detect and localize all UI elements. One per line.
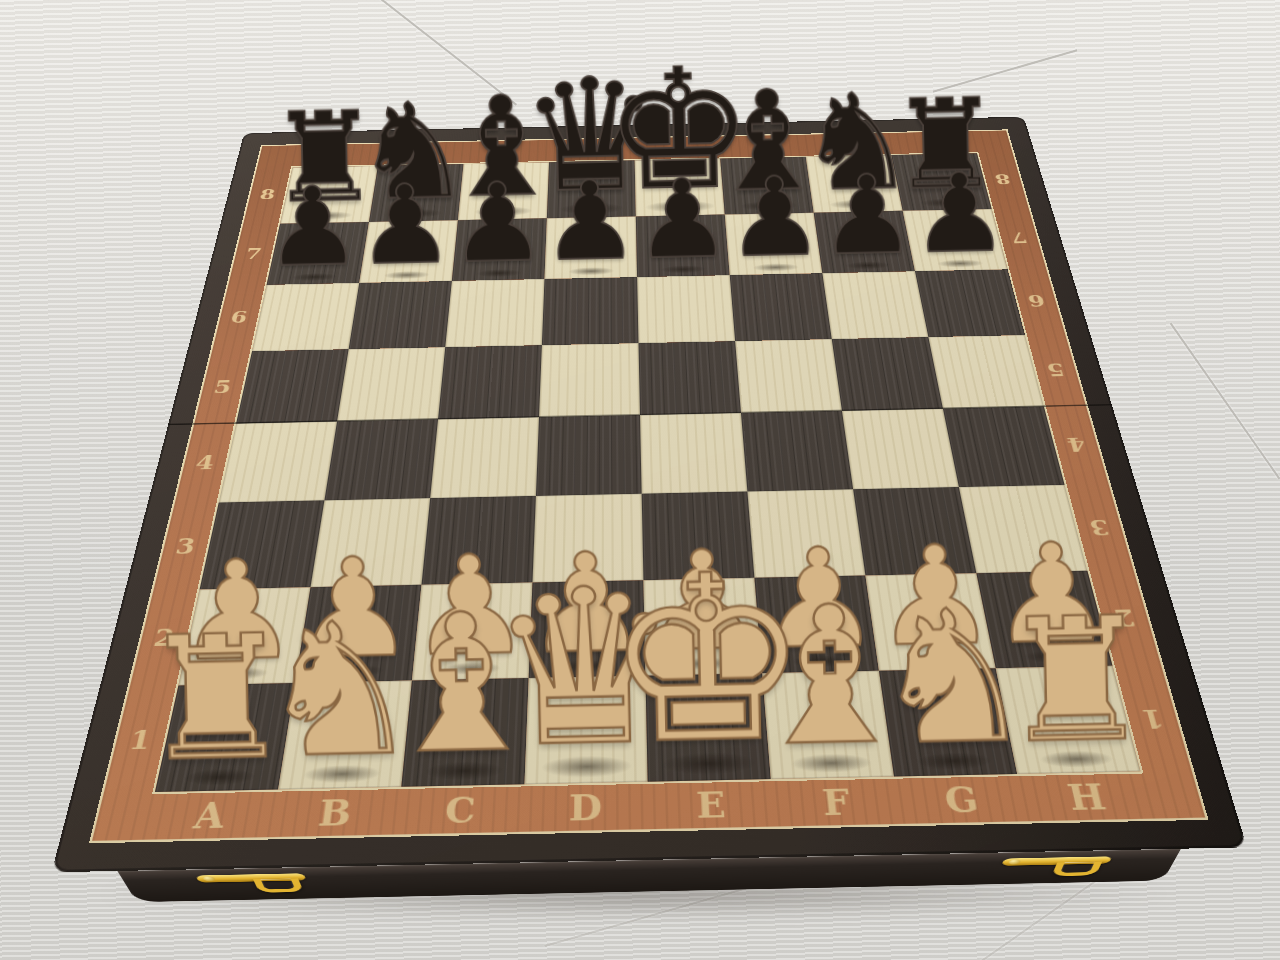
square-d7: ♟	[544, 216, 637, 279]
square-a5	[236, 349, 349, 423]
square-d6	[542, 277, 639, 345]
photo-scene: 87654321 ♜♞♝♛♚♝♞♜♟♟♟♟♟♟♟♟♟♟♟♟♟♟♟♟♜♞♝♛♚♝♞…	[0, 0, 1280, 960]
coord-label-A: A	[143, 797, 275, 835]
square-h1: ♜	[996, 666, 1141, 774]
clasp-hook	[1051, 862, 1102, 877]
clasp-hook	[253, 878, 304, 892]
square-g6	[822, 271, 928, 339]
black-pawn: ♟	[355, 169, 454, 279]
chess-board: 87654321 ♜♞♝♛♚♝♞♜♟♟♟♟♟♟♟♟♟♟♟♟♟♟♟♟♜♞♝♛♚♝♞…	[52, 117, 1248, 873]
coord-label-5: 5	[205, 351, 239, 424]
coordinate-frame: 87654321 ♜♞♝♛♚♝♞♜♟♟♟♟♟♟♟♟♟♟♟♟♟♟♟♟♜♞♝♛♚♝♞…	[89, 129, 1209, 843]
coord-label-B: B	[269, 794, 399, 832]
square-a4	[219, 421, 337, 502]
coord-label-F: F	[772, 784, 901, 822]
square-f5	[735, 339, 842, 413]
coord-label-E: E	[648, 786, 775, 824]
black-pawn: ♟	[725, 162, 824, 272]
black-pawn: ♟	[263, 171, 362, 281]
square-f4	[741, 411, 853, 492]
coord-label-4: 4	[186, 424, 222, 504]
square-c4	[430, 417, 539, 498]
square-f7: ♟	[725, 213, 823, 276]
black-pawn: ♟	[540, 165, 639, 275]
square-c5	[438, 345, 542, 419]
white-rook: ♜	[997, 594, 1153, 767]
coord-label-G: G	[896, 781, 1027, 819]
square-g5	[832, 337, 943, 411]
square-h5	[928, 335, 1044, 409]
coord-label-6: 6	[223, 285, 255, 352]
square-e7: ♟	[636, 215, 730, 278]
coord-label-C: C	[396, 791, 524, 829]
square-h4	[943, 407, 1065, 488]
chess-box: 87654321 ♜♞♝♛♚♝♞♜♟♟♟♟♟♟♟♟♟♟♟♟♟♟♟♟♜♞♝♛♚♝♞…	[52, 117, 1248, 873]
coord-label-6: 6	[1020, 268, 1055, 334]
square-b5	[337, 347, 445, 421]
gold-clasp-left	[195, 872, 324, 894]
square-a6	[252, 283, 359, 351]
square-h7: ♟	[903, 209, 1008, 271]
square-h6	[915, 269, 1025, 337]
coord-label-H: H	[1020, 778, 1154, 816]
square-e6	[637, 275, 735, 343]
square-e5	[638, 341, 740, 415]
square-a7: ♟	[267, 222, 369, 285]
coord-label-D: D	[522, 789, 648, 827]
square-b7: ♟	[359, 220, 458, 283]
frame-corner	[1143, 772, 1205, 818]
square-c7: ♟	[452, 218, 547, 281]
square-d5	[539, 343, 640, 417]
table-scratch	[1170, 323, 1280, 480]
board-grid: ♜♞♝♛♚♝♞♜♟♟♟♟♟♟♟♟♟♟♟♟♟♟♟♟♜♞♝♛♚♝♞♜	[152, 152, 1143, 794]
square-g1: ♞	[879, 668, 1017, 776]
black-pawn: ♟	[633, 163, 732, 273]
square-f6	[730, 273, 832, 341]
square-b6	[349, 281, 452, 349]
square-g7: ♟	[814, 211, 915, 273]
square-c6	[445, 279, 544, 347]
gold-clasp-right	[997, 855, 1125, 877]
square-e4	[640, 413, 747, 494]
square-g4	[842, 409, 959, 490]
square-b4	[324, 419, 438, 500]
black-pawn: ♟	[448, 167, 547, 277]
black-pawn: ♟	[817, 160, 916, 270]
square-d4	[536, 415, 642, 496]
